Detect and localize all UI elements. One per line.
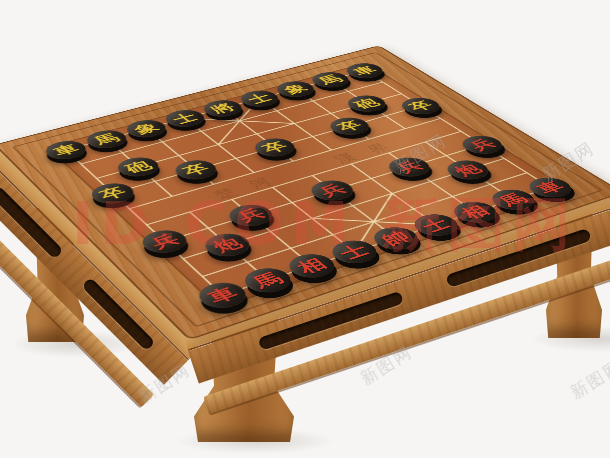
watermark-center: ID.COM 新图网	[72, 186, 578, 264]
watermark-tile: 新图网	[566, 355, 610, 405]
scene: 楚 河 漢 界 車馬象士將士象馬車砲砲卒卒卒卒卒兵兵兵兵兵炮炮車馬相士帥士相馬車…	[0, 0, 610, 458]
